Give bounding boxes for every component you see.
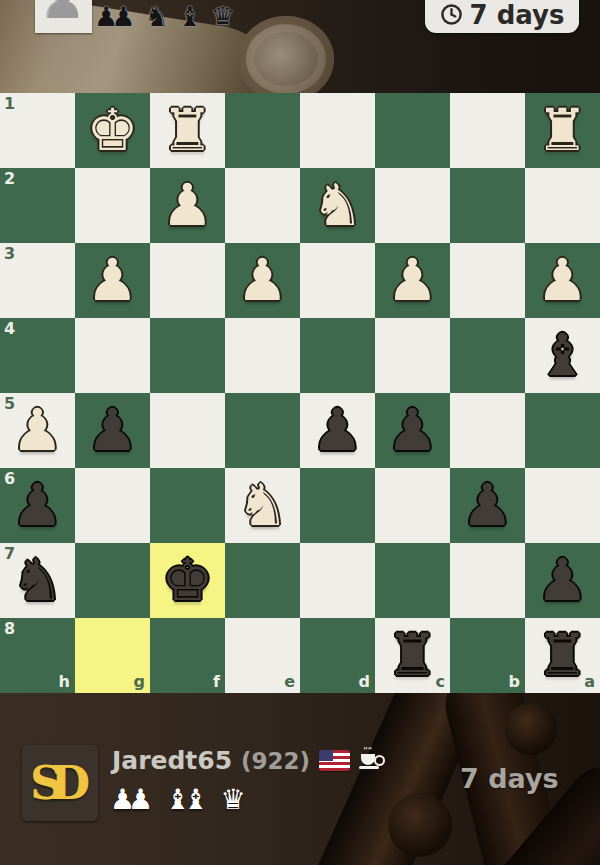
captured-black-queen-icon: ♛ <box>211 1 235 32</box>
top-clock-text: 7 days <box>470 0 565 30</box>
gray-pawn-avatar-icon: ♟ <box>35 0 92 26</box>
square-e8[interactable]: e <box>225 618 300 693</box>
white-pawn[interactable]: ♟ <box>162 168 214 243</box>
chess-board: 1♚♜♜2♟♞3♟♟♟♟4♝5♟♟♟♟6♟♞♟7♞♚♟8hgfedc♜ba♜ <box>0 93 600 693</box>
square-c3[interactable]: ♟ <box>375 243 450 318</box>
square-g8[interactable]: g <box>75 618 150 693</box>
square-h5[interactable]: 5♟ <box>0 393 75 468</box>
captured-white-bishops-icon: ♝♝ <box>165 783 208 816</box>
square-a8[interactable]: a♜ <box>525 618 600 693</box>
black-rook[interactable]: ♜ <box>537 618 589 693</box>
black-knight[interactable]: ♞ <box>12 543 64 618</box>
white-knight[interactable]: ♞ <box>312 168 364 243</box>
file-label-b: b <box>509 674 520 690</box>
square-h7[interactable]: 7♞ <box>0 543 75 618</box>
square-d6[interactable] <box>300 468 375 543</box>
rank-label-3: 3 <box>4 246 15 262</box>
square-h3[interactable]: 3 <box>0 243 75 318</box>
bottom-player-rating: (922) <box>241 748 310 774</box>
bottom-player-clock: 7 days <box>460 763 559 794</box>
square-b8[interactable]: b <box>450 618 525 693</box>
square-b2[interactable] <box>450 168 525 243</box>
square-h8[interactable]: 8h <box>0 618 75 693</box>
white-knight[interactable]: ♞ <box>237 468 289 543</box>
square-h6[interactable]: 6♟ <box>0 468 75 543</box>
square-e5[interactable] <box>225 393 300 468</box>
square-f3[interactable] <box>150 243 225 318</box>
square-c6[interactable] <box>375 468 450 543</box>
square-e6[interactable]: ♞ <box>225 468 300 543</box>
top-player-captured-pieces: ♟♟ ♞ ♝ ♛ <box>94 1 235 32</box>
square-a4[interactable]: ♝ <box>525 318 600 393</box>
white-king[interactable]: ♚ <box>87 93 139 168</box>
black-rook[interactable]: ♜ <box>387 618 439 693</box>
square-d3[interactable] <box>300 243 375 318</box>
square-e4[interactable] <box>225 318 300 393</box>
rank-label-2: 2 <box>4 171 15 187</box>
square-a2[interactable] <box>525 168 600 243</box>
rank-label-8: 8 <box>4 621 15 637</box>
white-pawn[interactable]: ♟ <box>237 243 289 318</box>
bottom-player-captured-pieces: ♟♟ ♝♝ ♛ <box>110 783 246 816</box>
black-bishop[interactable]: ♝ <box>537 318 589 393</box>
square-f2[interactable]: ♟ <box>150 168 225 243</box>
white-rook[interactable]: ♜ <box>162 93 214 168</box>
square-d4[interactable] <box>300 318 375 393</box>
captured-white-queen-icon: ♛ <box>220 783 245 816</box>
square-g6[interactable] <box>75 468 150 543</box>
square-f5[interactable] <box>150 393 225 468</box>
square-e2[interactable] <box>225 168 300 243</box>
square-c2[interactable] <box>375 168 450 243</box>
square-g1[interactable]: ♚ <box>75 93 150 168</box>
square-e7[interactable] <box>225 543 300 618</box>
file-label-h: h <box>59 674 70 690</box>
square-g5[interactable]: ♟ <box>75 393 150 468</box>
square-f4[interactable] <box>150 318 225 393</box>
square-a5[interactable] <box>525 393 600 468</box>
square-f1[interactable]: ♜ <box>150 93 225 168</box>
file-label-g: g <box>134 674 145 690</box>
coffee-cup-icon: ““ <box>359 750 383 772</box>
square-a1[interactable]: ♜ <box>525 93 600 168</box>
square-g3[interactable]: ♟ <box>75 243 150 318</box>
white-pawn[interactable]: ♟ <box>87 243 139 318</box>
square-d5[interactable]: ♟ <box>300 393 375 468</box>
square-b4[interactable] <box>450 318 525 393</box>
white-pawn[interactable]: ♟ <box>537 243 589 318</box>
white-pawn[interactable]: ♟ <box>387 243 439 318</box>
square-e3[interactable]: ♟ <box>225 243 300 318</box>
square-h2[interactable]: 2 <box>0 168 75 243</box>
us-flag-icon <box>319 750 350 771</box>
black-pawn[interactable]: ♟ <box>537 543 589 618</box>
square-b3[interactable] <box>450 243 525 318</box>
top-player-clock[interactable]: 7 days <box>425 0 579 33</box>
top-player-avatar[interactable]: ♟ <box>35 0 92 33</box>
square-d1[interactable] <box>300 93 375 168</box>
square-b5[interactable] <box>450 393 525 468</box>
square-c4[interactable] <box>375 318 450 393</box>
square-d8[interactable]: d <box>300 618 375 693</box>
captured-black-knight-icon: ♞ <box>144 1 168 32</box>
square-c8[interactable]: c♜ <box>375 618 450 693</box>
file-label-f: f <box>213 674 220 690</box>
bottom-player-avatar[interactable]: SD <box>22 745 98 821</box>
bottom-player-name[interactable]: Jaredt65 <box>112 746 232 775</box>
white-rook[interactable]: ♜ <box>537 93 589 168</box>
square-g4[interactable] <box>75 318 150 393</box>
square-b7[interactable] <box>450 543 525 618</box>
captured-black-pawns-icon: ♟♟ <box>94 1 135 32</box>
square-f7[interactable]: ♚ <box>150 543 225 618</box>
square-f8[interactable]: f <box>150 618 225 693</box>
square-c5[interactable]: ♟ <box>375 393 450 468</box>
black-pawn[interactable]: ♟ <box>12 468 64 543</box>
game-screen: ♟ ♟♟ ♞ ♝ ♛ 7 days 1♚♜♜2♟♞3♟♟♟♟4♝5♟♟♟♟6♟♞… <box>0 0 600 865</box>
black-pawn[interactable]: ♟ <box>387 393 439 468</box>
sd-logo: SD <box>30 756 90 810</box>
dark-wooden-piece-knob <box>505 703 557 755</box>
black-pawn[interactable]: ♟ <box>312 393 364 468</box>
clock-icon <box>440 3 463 26</box>
rank-label-4: 4 <box>4 321 15 337</box>
square-b6[interactable]: ♟ <box>450 468 525 543</box>
square-f6[interactable] <box>150 468 225 543</box>
square-h4[interactable]: 4 <box>0 318 75 393</box>
bottom-player-bar: SD Jaredt65 (922) ““ ♟♟ ♝♝ ♛ 7 days <box>0 693 600 865</box>
square-a7[interactable]: ♟ <box>525 543 600 618</box>
square-d7[interactable] <box>300 543 375 618</box>
square-c7[interactable] <box>375 543 450 618</box>
file-label-d: d <box>359 674 370 690</box>
black-pawn[interactable]: ♟ <box>87 393 139 468</box>
square-g7[interactable] <box>75 543 150 618</box>
white-pawn[interactable]: ♟ <box>12 393 64 468</box>
square-c1[interactable] <box>375 93 450 168</box>
square-a3[interactable]: ♟ <box>525 243 600 318</box>
square-g2[interactable] <box>75 168 150 243</box>
square-a6[interactable] <box>525 468 600 543</box>
black-king[interactable]: ♚ <box>162 543 214 618</box>
square-b1[interactable] <box>450 93 525 168</box>
square-h1[interactable]: 1 <box>0 93 75 168</box>
square-d2[interactable]: ♞ <box>300 168 375 243</box>
file-label-e: e <box>284 674 295 690</box>
top-player-bar: ♟ ♟♟ ♞ ♝ ♛ 7 days <box>0 0 600 93</box>
rank-label-1: 1 <box>4 96 15 112</box>
square-e1[interactable] <box>225 93 300 168</box>
bottom-player-name-row: Jaredt65 (922) ““ <box>112 746 383 775</box>
captured-white-pawns-icon: ♟♟ <box>110 783 153 816</box>
black-pawn[interactable]: ♟ <box>462 468 514 543</box>
dark-wooden-piece-knob <box>388 793 452 857</box>
captured-black-bishop-icon: ♝ <box>178 1 202 32</box>
